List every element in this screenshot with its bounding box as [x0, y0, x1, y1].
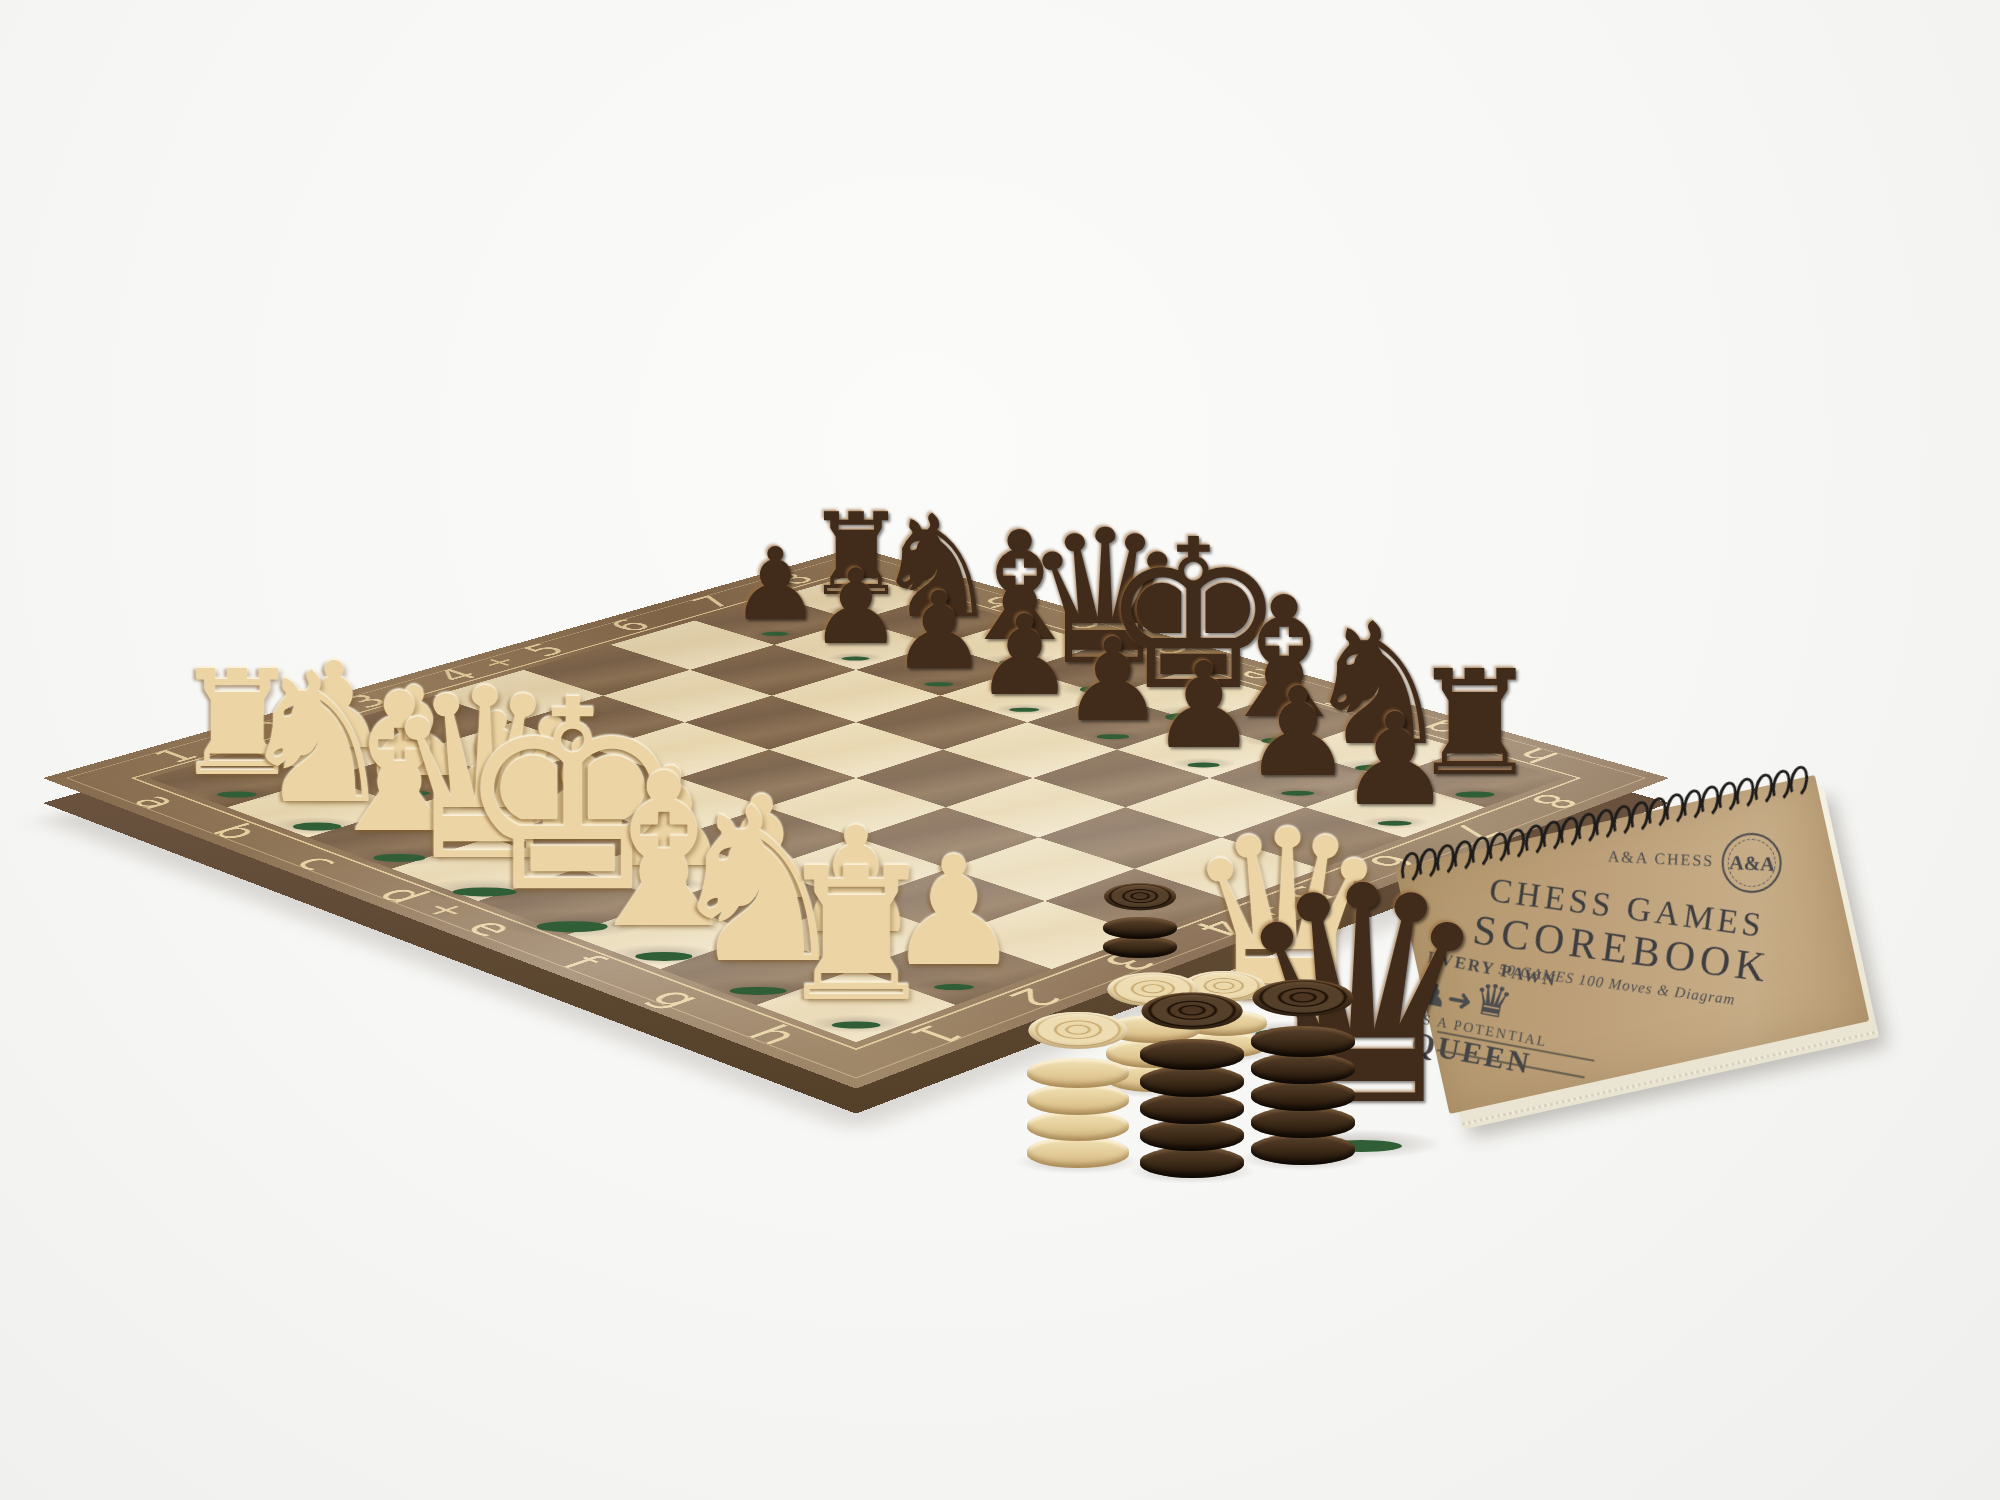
- checker-light: [1027, 1058, 1129, 1089]
- checker-light: [1027, 1137, 1129, 1168]
- checker-dark: [1251, 1053, 1355, 1084]
- checker-dark: [1140, 1120, 1244, 1151]
- emblem-monogram: A&A: [1729, 850, 1776, 875]
- checkers-stack-dark-6: [1140, 1012, 1244, 1178]
- checker-dark: [1103, 917, 1177, 939]
- checker-dark: [1251, 1107, 1355, 1138]
- checker-top-face: [1253, 979, 1354, 1016]
- board-grid: [149, 574, 1563, 1042]
- checkers-stack-dark-1: [1103, 897, 1177, 958]
- product-photo-scene: abcdefgh abcdefgh 12345678 12345678 ++++…: [0, 0, 2000, 1500]
- scorebook-brand-row: A&A CHESS A&A: [1607, 827, 1784, 895]
- checkers-stack-light-4: [1027, 1031, 1129, 1168]
- checker-dark: [1251, 1026, 1355, 1057]
- checker-dark: [1103, 936, 1177, 958]
- checker-top-face: [1029, 1012, 1128, 1049]
- checkers-stack-dark-5: [1251, 999, 1355, 1165]
- checker-light: [1027, 1111, 1129, 1142]
- checker-dark: [1140, 1093, 1244, 1124]
- checker-light: [1027, 1084, 1129, 1115]
- brand-emblem-stamp-icon: A&A: [1721, 832, 1784, 895]
- brand-name: A&A CHESS: [1607, 848, 1714, 871]
- checker-top-face: [1104, 883, 1176, 910]
- checker-dark: [1140, 1039, 1244, 1070]
- checker-top-face: [1142, 992, 1243, 1029]
- checker-dark: [1251, 1134, 1355, 1165]
- checker-dark: [1140, 1066, 1244, 1097]
- checker-dark: [1140, 1147, 1244, 1178]
- checker-dark: [1251, 1080, 1355, 1111]
